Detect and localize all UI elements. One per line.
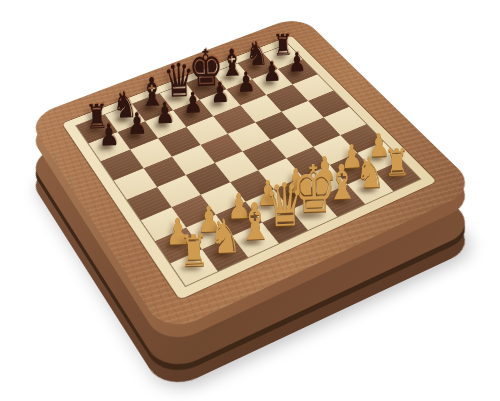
chess-set-photo: ♜♞♝♛♚♝♞♜♟♟♟♟♟♟♟♟♟♟♟♟♟♟♟♟♜♞♝♛♚♝♞♜ [0, 0, 500, 401]
box-top [27, 15, 478, 335]
